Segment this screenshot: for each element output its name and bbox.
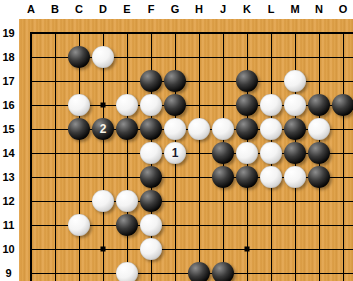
col-label-B: B bbox=[51, 3, 59, 15]
col-label-E: E bbox=[123, 3, 130, 15]
grid-line-col-C bbox=[79, 33, 80, 281]
black-stone-K17[interactable] bbox=[236, 70, 258, 92]
col-label-G: G bbox=[171, 3, 180, 15]
go-diagram: 21 ABCDEFGHJKLMNO 191817161514131211109 bbox=[0, 0, 353, 281]
col-label-O: O bbox=[339, 3, 348, 15]
col-label-M: M bbox=[290, 3, 299, 15]
row-label-11: 11 bbox=[0, 219, 17, 231]
black-stone-O16[interactable] bbox=[332, 94, 353, 116]
white-stone-F10[interactable] bbox=[140, 238, 162, 260]
black-stone-N13[interactable] bbox=[308, 166, 330, 188]
black-stone-C18[interactable] bbox=[68, 46, 90, 68]
row-label-17: 17 bbox=[0, 75, 17, 87]
row-label-18: 18 bbox=[0, 51, 17, 63]
white-stone-L16[interactable] bbox=[260, 94, 282, 116]
white-stone-C16[interactable] bbox=[68, 94, 90, 116]
grid-line-col-D bbox=[103, 33, 104, 281]
white-stone-N15[interactable] bbox=[308, 118, 330, 140]
black-stone-F12[interactable] bbox=[140, 190, 162, 212]
black-stone-K16[interactable] bbox=[236, 94, 258, 116]
col-label-D: D bbox=[99, 3, 107, 15]
row-label-12: 12 bbox=[0, 195, 17, 207]
black-stone-N16[interactable] bbox=[308, 94, 330, 116]
black-stone-J9[interactable] bbox=[212, 262, 234, 281]
white-stone-E12[interactable] bbox=[116, 190, 138, 212]
white-stone-C11[interactable] bbox=[68, 214, 90, 236]
black-stone-F17[interactable] bbox=[140, 70, 162, 92]
white-stone-F16[interactable] bbox=[140, 94, 162, 116]
black-stone-G16[interactable] bbox=[164, 94, 186, 116]
star-point-K10 bbox=[245, 247, 250, 252]
white-stone-M16[interactable] bbox=[284, 94, 306, 116]
black-stone-K15[interactable] bbox=[236, 118, 258, 140]
black-stone-K13[interactable] bbox=[236, 166, 258, 188]
row-label-14: 14 bbox=[0, 147, 17, 159]
grid-line-row-19 bbox=[30, 32, 353, 34]
col-label-K: K bbox=[243, 3, 251, 15]
black-stone-J13[interactable] bbox=[212, 166, 234, 188]
white-stone-L14[interactable] bbox=[260, 142, 282, 164]
black-stone-G17[interactable] bbox=[164, 70, 186, 92]
white-stone-H15[interactable] bbox=[188, 118, 210, 140]
white-stone-D12[interactable] bbox=[92, 190, 114, 212]
white-stone-F11[interactable] bbox=[140, 214, 162, 236]
white-stone-E16[interactable] bbox=[116, 94, 138, 116]
black-stone-N14[interactable] bbox=[308, 142, 330, 164]
white-stone-L15[interactable] bbox=[260, 118, 282, 140]
black-stone-F13[interactable] bbox=[140, 166, 162, 188]
black-stone-M14[interactable] bbox=[284, 142, 306, 164]
black-stone-J14[interactable] bbox=[212, 142, 234, 164]
black-stone-F15[interactable] bbox=[140, 118, 162, 140]
white-stone-J15[interactable] bbox=[212, 118, 234, 140]
grid-line-col-H bbox=[199, 33, 200, 281]
move-number-label: 2 bbox=[100, 123, 107, 135]
col-label-C: C bbox=[75, 3, 83, 15]
grid-line-col-E bbox=[127, 33, 128, 281]
white-stone-L13[interactable] bbox=[260, 166, 282, 188]
white-stone-G15[interactable] bbox=[164, 118, 186, 140]
row-label-16: 16 bbox=[0, 99, 17, 111]
row-label-15: 15 bbox=[0, 123, 17, 135]
col-label-H: H bbox=[195, 3, 203, 15]
move-number-label: 1 bbox=[172, 147, 179, 159]
row-label-10: 10 bbox=[0, 243, 17, 255]
black-stone-E15[interactable] bbox=[116, 118, 138, 140]
white-stone-M13[interactable] bbox=[284, 166, 306, 188]
go-board[interactable]: 21 bbox=[19, 19, 353, 281]
row-label-19: 19 bbox=[0, 27, 17, 39]
col-label-L: L bbox=[268, 3, 275, 15]
white-stone-K14[interactable] bbox=[236, 142, 258, 164]
row-label-13: 13 bbox=[0, 171, 17, 183]
black-stone-D15[interactable]: 2 bbox=[92, 118, 114, 140]
grid-line-col-B bbox=[55, 33, 56, 281]
col-label-A: A bbox=[27, 3, 35, 15]
grid-line-col-A bbox=[30, 33, 32, 281]
black-stone-C15[interactable] bbox=[68, 118, 90, 140]
white-stone-M17[interactable] bbox=[284, 70, 306, 92]
col-label-N: N bbox=[315, 3, 323, 15]
white-stone-F14[interactable] bbox=[140, 142, 162, 164]
black-stone-E11[interactable] bbox=[116, 214, 138, 236]
col-label-F: F bbox=[148, 3, 155, 15]
white-stone-G14[interactable]: 1 bbox=[164, 142, 186, 164]
white-stone-D18[interactable] bbox=[92, 46, 114, 68]
star-point-D10 bbox=[101, 247, 106, 252]
white-stone-E9[interactable] bbox=[116, 262, 138, 281]
star-point-D16 bbox=[101, 103, 106, 108]
grid-line-row-12 bbox=[30, 201, 353, 202]
row-label-9: 9 bbox=[0, 267, 17, 279]
col-label-J: J bbox=[220, 3, 226, 15]
black-stone-M15[interactable] bbox=[284, 118, 306, 140]
grid-line-row-10 bbox=[30, 249, 353, 250]
black-stone-H9[interactable] bbox=[188, 262, 210, 281]
grid-line-col-O bbox=[343, 33, 344, 281]
